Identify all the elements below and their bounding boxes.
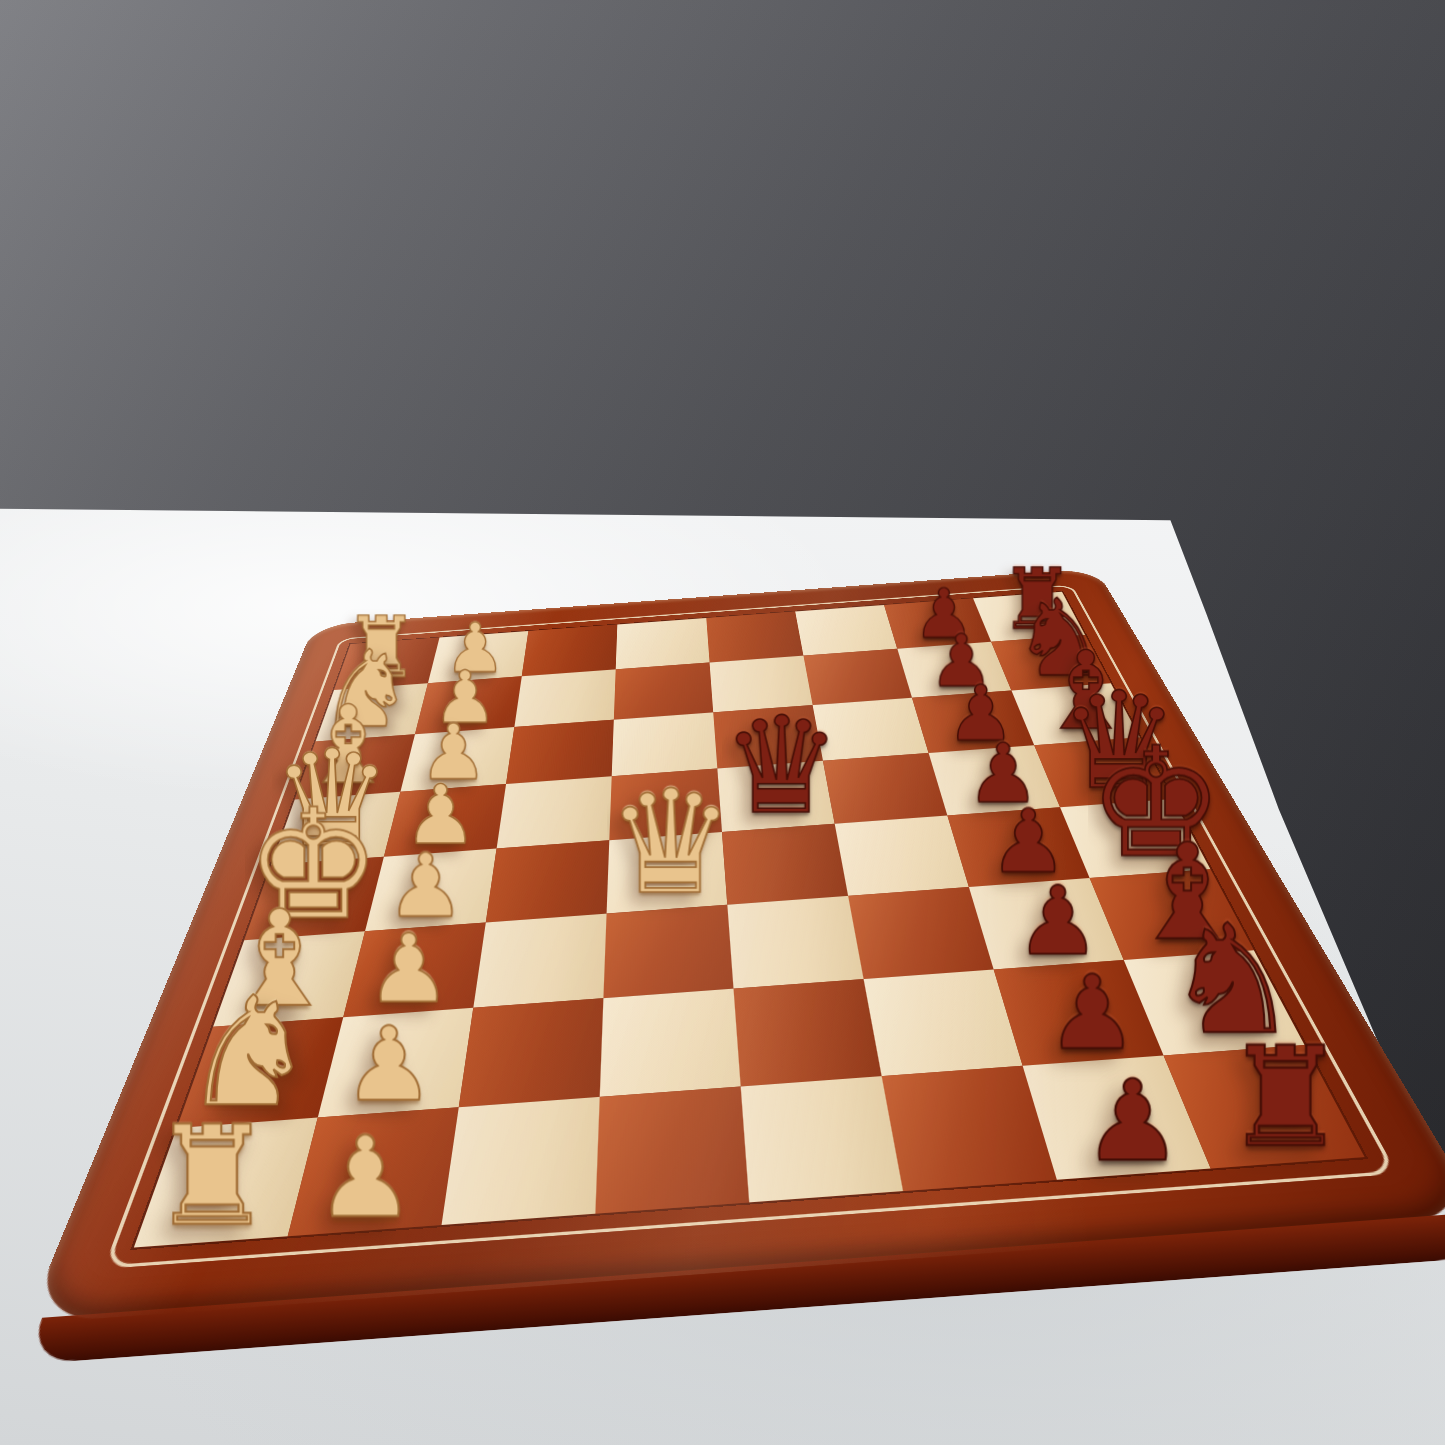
square-d5: ♛ xyxy=(717,761,834,832)
square-b3 xyxy=(514,669,615,727)
piece-red-pawn: ♟ xyxy=(1021,965,1162,1059)
square-h4 xyxy=(595,1087,749,1214)
square-e4: ♛ xyxy=(607,832,728,914)
photo-scene: ♜♟♟♜♞♟♟♞♝♟♟♝♛♟♛♟♛♚♟♛♟♚♝♟♟♝♞♟♟♞♜♟♟♜ rnbqk… xyxy=(0,0,1445,1445)
square-f3 xyxy=(473,914,606,1008)
square-g7: ♟ xyxy=(994,960,1164,1066)
square-h3 xyxy=(442,1097,600,1225)
square-f4 xyxy=(603,905,733,998)
square-h5 xyxy=(741,1076,903,1202)
piece-red-pawn: ♟ xyxy=(1055,1070,1209,1173)
square-b4 xyxy=(614,663,713,720)
piece-white-rook: ♜ xyxy=(135,1114,289,1240)
piece-red-pawn: ♟ xyxy=(993,877,1123,964)
piece-red-queen: ♛ xyxy=(722,705,835,828)
square-g3 xyxy=(459,998,604,1107)
square-c3 xyxy=(506,720,614,784)
piece-white-pawn: ♟ xyxy=(344,924,474,1011)
square-a6 xyxy=(795,605,897,656)
square-h7: ♟ xyxy=(1023,1055,1211,1179)
square-a5 xyxy=(706,611,803,662)
square-f2: ♟ xyxy=(343,922,486,1017)
square-g6 xyxy=(864,969,1023,1076)
piece-white-pawn: ♟ xyxy=(289,1126,443,1229)
square-d6 xyxy=(823,753,947,824)
square-f6 xyxy=(848,887,994,979)
square-a4 xyxy=(616,618,710,669)
square-d3 xyxy=(497,776,612,848)
piece-red-rook: ♜ xyxy=(1209,1035,1363,1161)
square-g2: ♟ xyxy=(318,1008,474,1118)
square-h2: ♟ xyxy=(288,1107,459,1236)
piece-white-pawn: ♟ xyxy=(318,1017,459,1111)
square-f5 xyxy=(727,896,863,989)
piece-white-queen: ♛ xyxy=(607,777,728,909)
square-g5 xyxy=(733,979,881,1086)
square-g4 xyxy=(600,989,741,1097)
